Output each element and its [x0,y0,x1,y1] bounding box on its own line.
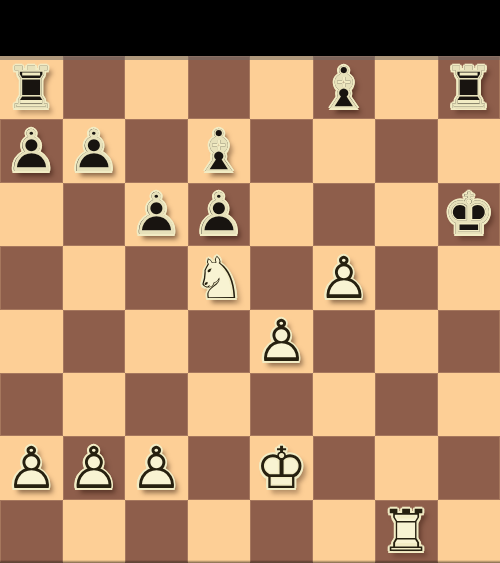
piece-outline-glyph: ♖ [5,59,57,117]
square-g5[interactable] [375,246,438,309]
square-b8[interactable] [63,56,126,119]
square-d3[interactable] [188,373,251,436]
square-h7[interactable] [438,119,500,182]
square-h8[interactable]: ♜♖ [438,56,500,119]
piece-outline-glyph: ♙ [255,312,307,370]
square-a6[interactable] [0,183,63,246]
square-e5[interactable] [250,246,313,309]
square-b2[interactable]: ♟♙ [63,436,126,499]
black-rook[interactable]: ♜♖ [438,56,500,119]
square-h3[interactable] [438,373,500,436]
piece-outline-glyph: ♗ [193,122,245,180]
square-b1[interactable] [63,500,126,563]
piece-outline-glyph: ♗ [318,59,370,117]
square-c8[interactable] [125,56,188,119]
piece-fill-glyph: ♟ [68,439,120,497]
square-h4[interactable] [438,310,500,373]
piece-fill-glyph: ♟ [5,439,57,497]
square-b5[interactable] [63,246,126,309]
square-f4[interactable] [313,310,376,373]
square-e2[interactable]: ♚♔ [250,436,313,499]
square-f2[interactable] [313,436,376,499]
piece-outline-glyph: ♙ [68,439,120,497]
square-e3[interactable] [250,373,313,436]
square-d4[interactable] [188,310,251,373]
piece-outline-glyph: ♙ [5,439,57,497]
square-a8[interactable]: ♜♖ [0,56,63,119]
square-g8[interactable] [375,56,438,119]
square-f1[interactable] [313,500,376,563]
square-c5[interactable] [125,246,188,309]
black-pawn[interactable]: ♟♙ [0,119,63,182]
piece-fill-glyph: ♜ [443,59,495,117]
white-rook[interactable]: ♜♖ [375,500,438,563]
square-h5[interactable] [438,246,500,309]
square-f7[interactable] [313,119,376,182]
piece-fill-glyph: ♜ [380,502,432,560]
piece-fill-glyph: ♝ [193,122,245,180]
white-pawn[interactable]: ♟♙ [0,436,63,499]
piece-fill-glyph: ♚ [255,439,307,497]
square-g3[interactable] [375,373,438,436]
black-bishop[interactable]: ♝♗ [188,119,251,182]
white-king[interactable]: ♚♔ [250,436,313,499]
white-pawn[interactable]: ♟♙ [125,436,188,499]
square-a7[interactable]: ♟♙ [0,119,63,182]
piece-outline-glyph: ♔ [443,185,495,243]
square-c1[interactable] [125,500,188,563]
square-d5[interactable]: ♞♘ [188,246,251,309]
white-pawn[interactable]: ♟♙ [63,436,126,499]
piece-outline-glyph: ♔ [255,439,307,497]
black-pawn[interactable]: ♟♙ [188,183,251,246]
piece-fill-glyph: ♚ [443,185,495,243]
square-h1[interactable] [438,500,500,563]
square-e6[interactable] [250,183,313,246]
piece-outline-glyph: ♙ [68,122,120,180]
square-h6[interactable]: ♚♔ [438,183,500,246]
square-f8[interactable]: ♝♗ [313,56,376,119]
piece-fill-glyph: ♟ [130,439,182,497]
piece-fill-glyph: ♟ [5,122,57,180]
window-top-bar [0,0,500,56]
piece-fill-glyph: ♞ [193,249,245,307]
square-d7[interactable]: ♝♗ [188,119,251,182]
piece-outline-glyph: ♘ [193,249,245,307]
white-pawn[interactable]: ♟♙ [313,246,376,309]
square-e1[interactable] [250,500,313,563]
chess-app-window: ♜♖♝♗♜♖♟♙♟♙♝♗♟♙♟♙♚♔♞♘♟♙♟♙♟♙♟♙♟♙♚♔♜♖ [0,0,500,563]
piece-outline-glyph: ♙ [193,185,245,243]
square-b3[interactable] [63,373,126,436]
piece-outline-glyph: ♖ [443,59,495,117]
piece-fill-glyph: ♝ [318,59,370,117]
square-d6[interactable]: ♟♙ [188,183,251,246]
piece-outline-glyph: ♖ [380,502,432,560]
piece-outline-glyph: ♙ [5,122,57,180]
white-knight[interactable]: ♞♘ [188,246,251,309]
square-c2[interactable]: ♟♙ [125,436,188,499]
square-f6[interactable] [313,183,376,246]
black-rook[interactable]: ♜♖ [0,56,63,119]
square-a4[interactable] [0,310,63,373]
square-g1[interactable]: ♜♖ [375,500,438,563]
square-g4[interactable] [375,310,438,373]
square-e4[interactable]: ♟♙ [250,310,313,373]
piece-outline-glyph: ♙ [318,249,370,307]
square-g7[interactable] [375,119,438,182]
piece-outline-glyph: ♙ [130,185,182,243]
square-a2[interactable]: ♟♙ [0,436,63,499]
square-a5[interactable] [0,246,63,309]
square-c7[interactable] [125,119,188,182]
piece-outline-glyph: ♙ [130,439,182,497]
piece-fill-glyph: ♟ [68,122,120,180]
square-a3[interactable] [0,373,63,436]
square-b6[interactable] [63,183,126,246]
piece-fill-glyph: ♟ [193,185,245,243]
square-e8[interactable] [250,56,313,119]
piece-fill-glyph: ♜ [5,59,57,117]
square-d8[interactable] [188,56,251,119]
piece-fill-glyph: ♟ [318,249,370,307]
chess-board: ♜♖♝♗♜♖♟♙♟♙♝♗♟♙♟♙♚♔♞♘♟♙♟♙♟♙♟♙♟♙♚♔♜♖ [0,56,500,563]
square-g6[interactable] [375,183,438,246]
black-bishop[interactable]: ♝♗ [313,56,376,119]
square-f3[interactable] [313,373,376,436]
square-f5[interactable]: ♟♙ [313,246,376,309]
square-c6[interactable]: ♟♙ [125,183,188,246]
square-b7[interactable]: ♟♙ [63,119,126,182]
square-d1[interactable] [188,500,251,563]
square-h2[interactable] [438,436,500,499]
square-c4[interactable] [125,310,188,373]
black-pawn[interactable]: ♟♙ [125,183,188,246]
square-g2[interactable] [375,436,438,499]
square-a1[interactable] [0,500,63,563]
square-d2[interactable] [188,436,251,499]
piece-fill-glyph: ♟ [130,185,182,243]
piece-fill-glyph: ♟ [255,312,307,370]
black-king[interactable]: ♚♔ [438,183,500,246]
white-pawn[interactable]: ♟♙ [250,310,313,373]
square-c3[interactable] [125,373,188,436]
black-pawn[interactable]: ♟♙ [63,119,126,182]
square-b4[interactable] [63,310,126,373]
square-e7[interactable] [250,119,313,182]
board-top-shade [0,56,500,60]
